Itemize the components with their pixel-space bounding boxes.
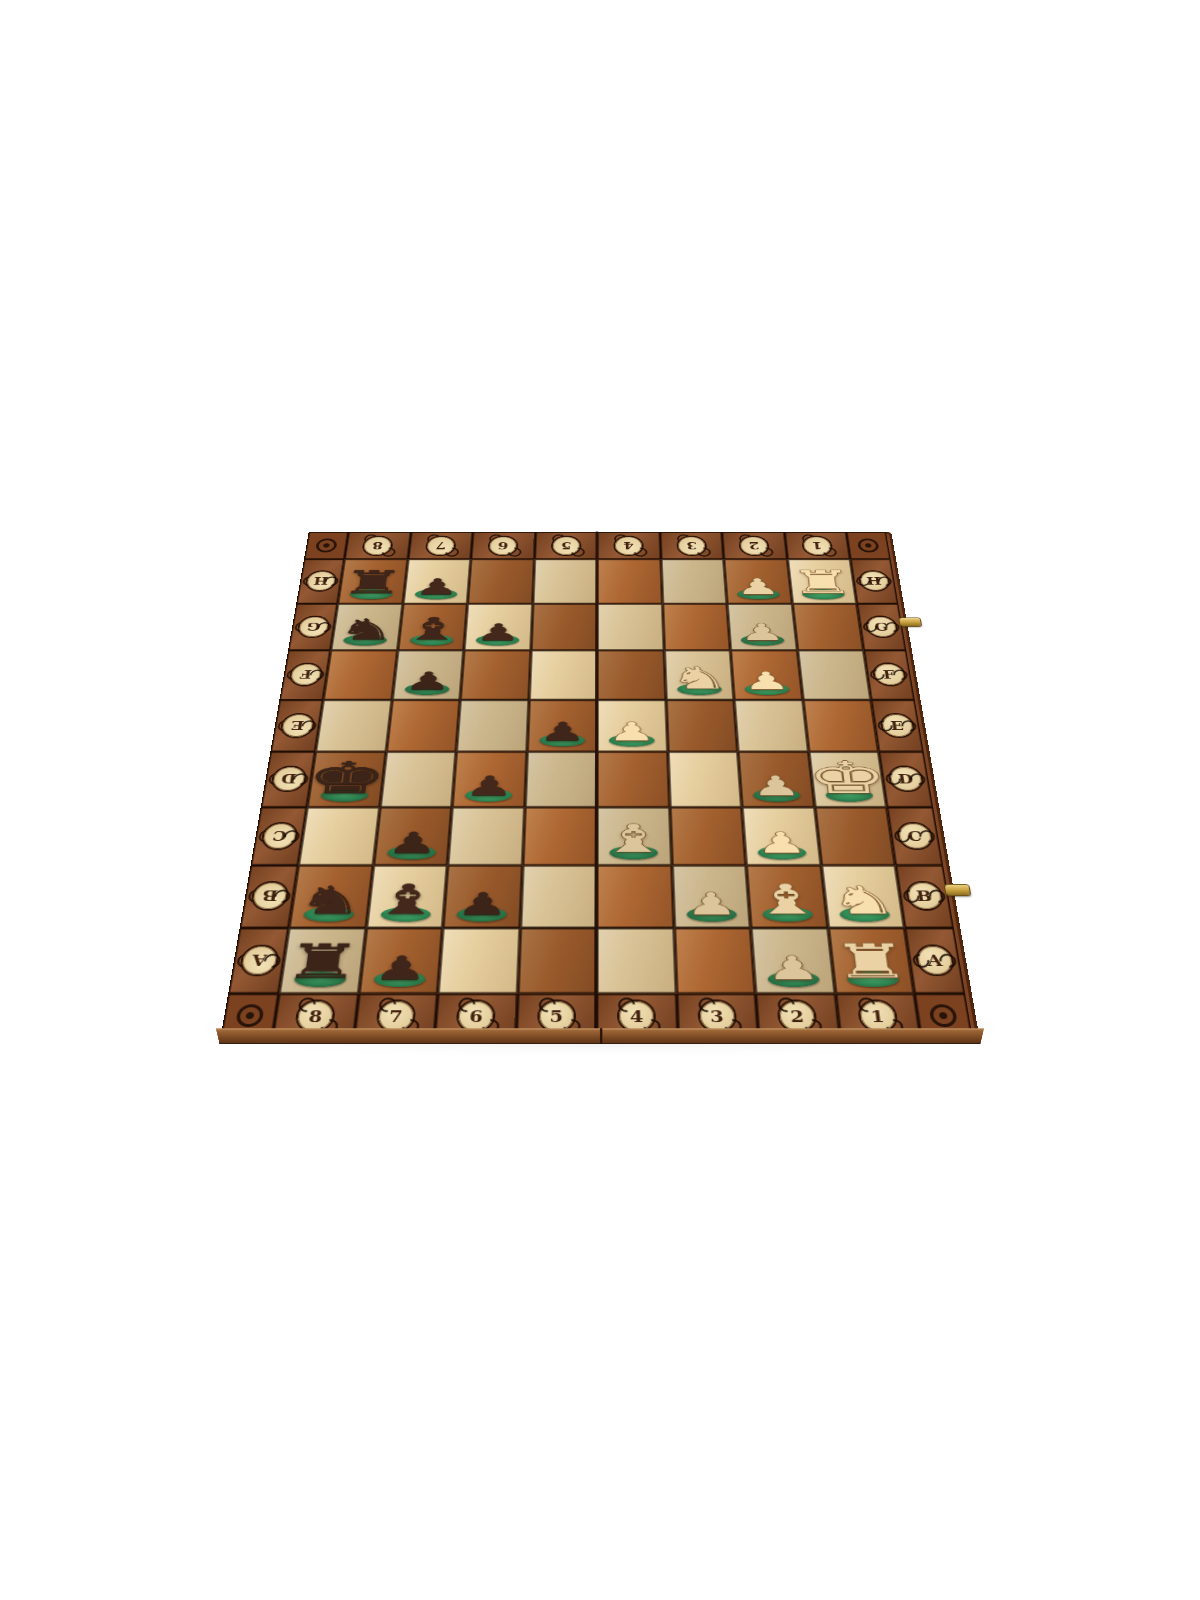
coordinate-label: A	[916, 946, 954, 974]
black-rook-a8[interactable]: ♜	[260, 938, 384, 985]
coordinate-label: 3	[678, 536, 706, 554]
square-d8[interactable]: ♚	[307, 752, 386, 807]
square-a5[interactable]	[517, 928, 597, 994]
coordinate-label: 3	[699, 1001, 735, 1031]
square-a7[interactable]: ♟	[358, 928, 442, 994]
square-g5[interactable]	[531, 604, 598, 651]
square-e5[interactable]: ♟	[527, 700, 597, 752]
square-a1[interactable]: ♜	[828, 928, 915, 994]
border-cell: F	[864, 650, 915, 699]
square-c1[interactable]	[814, 807, 895, 865]
brass-clasp-lower	[945, 885, 970, 896]
coordinate-label: 1	[859, 1001, 897, 1031]
coordinate-label: 8	[297, 1001, 335, 1031]
front-edge-seam	[600, 1028, 602, 1044]
coordinate-label: 7	[426, 536, 454, 554]
coordinate-label: 1	[802, 536, 831, 554]
border-cell: 5	[534, 532, 597, 559]
border-corner-ornament	[304, 532, 348, 559]
coordinate-label: F	[873, 664, 905, 685]
square-b6[interactable]: ♟	[443, 865, 522, 927]
border-cell: F	[279, 650, 330, 699]
coordinate-label: 6	[489, 536, 517, 554]
square-c4[interactable]: ♝	[597, 807, 672, 865]
square-g6[interactable]: ♟	[464, 604, 532, 651]
coordinate-label: F	[289, 664, 321, 685]
square-e2[interactable]	[734, 700, 808, 752]
border-corner-ornament	[846, 532, 890, 559]
square-h1[interactable]: ♜	[787, 559, 857, 603]
square-h5[interactable]	[532, 559, 597, 603]
border-cell: 7	[408, 532, 473, 559]
square-g2[interactable]: ♟	[727, 604, 797, 651]
square-f5[interactable]	[529, 650, 598, 699]
coordinate-label: 6	[458, 1001, 494, 1031]
chess-board: 87654321H♜♟♟♜HG♞♝♟♟GF♟♞♟FE♟♟ED♚♟♟♚DC♟♝♟C…	[219, 532, 980, 1044]
square-f2[interactable]: ♟	[730, 650, 802, 699]
border-cell: A	[905, 928, 965, 994]
square-g4[interactable]	[597, 604, 664, 651]
folding-seam	[594, 532, 598, 1044]
square-f6[interactable]	[460, 650, 530, 699]
square-c6[interactable]	[448, 807, 525, 865]
border-cell: 6	[471, 532, 535, 559]
square-a6[interactable]	[438, 928, 520, 994]
square-g1[interactable]	[792, 604, 864, 651]
square-e4[interactable]: ♟	[597, 700, 667, 752]
square-f1[interactable]	[797, 650, 871, 699]
square-e1[interactable]	[802, 700, 878, 752]
coordinate-label: 5	[552, 536, 579, 554]
square-a4[interactable]	[597, 928, 676, 994]
coordinate-label: 2	[740, 536, 768, 554]
square-b5[interactable]	[520, 865, 597, 927]
square-d1[interactable]: ♚	[808, 752, 887, 807]
border-cell: H	[850, 559, 898, 603]
border-cell: 2	[722, 532, 787, 559]
brass-clasp-upper	[899, 618, 921, 626]
border-cell: B	[895, 865, 953, 927]
coordinate-label: 5	[539, 1001, 574, 1031]
coordinate-label: C	[261, 823, 296, 848]
border-cell: C	[887, 807, 943, 865]
border-cell: D	[879, 752, 933, 807]
square-d4[interactable]	[597, 752, 669, 807]
coordinate-label: H	[859, 572, 889, 591]
square-h7[interactable]: ♟	[403, 559, 471, 603]
perspective-wrapper: 87654321H♜♟♟♜HG♞♝♟♟GF♟♞♟FE♟♟ED♚♟♟♚DC♟♝♟C…	[0, 400, 1200, 1360]
white-rook-a1[interactable]: ♜	[809, 938, 933, 985]
border-cell: 1	[784, 532, 850, 559]
coordinate-label: D	[889, 767, 923, 790]
border-cell: 8	[344, 532, 410, 559]
coordinate-label: 7	[377, 1001, 414, 1031]
border-cell: G	[857, 604, 906, 651]
product-photo: 87654321H♜♟♟♜HG♞♝♟♟GF♟♞♟FE♟♟ED♚♟♟♚DC♟♝♟C…	[0, 0, 1200, 1600]
border-cell: E	[270, 700, 323, 752]
border-cell: 4	[597, 532, 660, 559]
square-e3[interactable]	[666, 700, 738, 752]
square-d6[interactable]: ♟	[452, 752, 527, 807]
coordinate-label: 4	[620, 1001, 655, 1031]
coordinate-label: 8	[363, 536, 392, 554]
square-c7[interactable]: ♟	[373, 807, 452, 865]
border-cell: E	[871, 700, 924, 752]
square-e8[interactable]	[315, 700, 391, 752]
square-d5[interactable]	[524, 752, 597, 807]
square-c2[interactable]: ♟	[742, 807, 821, 865]
coordinate-label: E	[880, 714, 913, 736]
square-h4[interactable]	[597, 559, 662, 603]
coordinate-label: C	[897, 823, 932, 848]
board-grid: 87654321H♜♟♟♜HG♞♝♟♟GF♟♞♟FE♟♟ED♚♟♟♚DC♟♝♟C…	[219, 532, 980, 1044]
border-cell: 3	[660, 532, 724, 559]
square-f7[interactable]: ♟	[392, 650, 464, 699]
coordinate-label: 2	[779, 1001, 816, 1031]
square-e7[interactable]	[386, 700, 460, 752]
board-front-edge	[216, 1028, 984, 1044]
coordinate-label: 4	[615, 536, 642, 554]
coordinate-label: E	[280, 714, 313, 736]
coordinate-label: B	[906, 883, 942, 909]
square-h6[interactable]	[467, 559, 534, 603]
square-b1[interactable]: ♞	[821, 865, 905, 927]
square-e6[interactable]	[456, 700, 528, 752]
coordinate-label: G	[866, 617, 897, 637]
